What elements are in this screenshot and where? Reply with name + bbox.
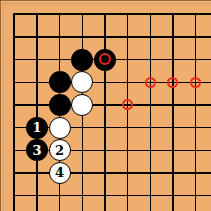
grid-line-vertical — [195, 13, 196, 211]
grid-line-vertical — [172, 13, 173, 211]
move-number: 3 — [32, 144, 41, 157]
grid-line-vertical — [36, 13, 37, 211]
go-board: 1324 — [0, 0, 211, 211]
circle-mark-icon — [145, 77, 156, 88]
grid-line-horizontal — [13, 104, 211, 105]
grid-line-horizontal — [13, 172, 211, 173]
white-stone — [71, 71, 93, 93]
circle-mark-icon — [122, 99, 133, 110]
black-stone-move-3: 3 — [26, 139, 48, 161]
move-number: 2 — [55, 144, 64, 157]
black-stone — [49, 94, 71, 116]
circle-mark-icon — [190, 77, 201, 88]
white-stone-move-2: 2 — [49, 139, 71, 161]
white-stone — [49, 117, 71, 139]
grid-line-vertical — [13, 13, 15, 211]
grid-line-horizontal — [13, 195, 211, 196]
grid-line-vertical — [127, 13, 128, 211]
black-stone-move-1: 1 — [26, 117, 48, 139]
circle-mark-icon — [167, 77, 178, 88]
grid-line-vertical — [150, 13, 151, 211]
white-stone-move-4: 4 — [49, 162, 71, 184]
black-stone-circled — [94, 49, 116, 71]
grid-line-horizontal — [13, 13, 211, 15]
move-number: 4 — [55, 166, 64, 179]
circle-mark-icon — [99, 53, 111, 65]
white-stone — [71, 94, 93, 116]
grid-line-vertical — [104, 13, 105, 211]
move-number: 1 — [32, 121, 41, 134]
grid-line-horizontal — [13, 82, 211, 83]
grid-line-horizontal — [13, 36, 211, 37]
black-stone — [49, 71, 71, 93]
black-stone — [71, 49, 93, 71]
